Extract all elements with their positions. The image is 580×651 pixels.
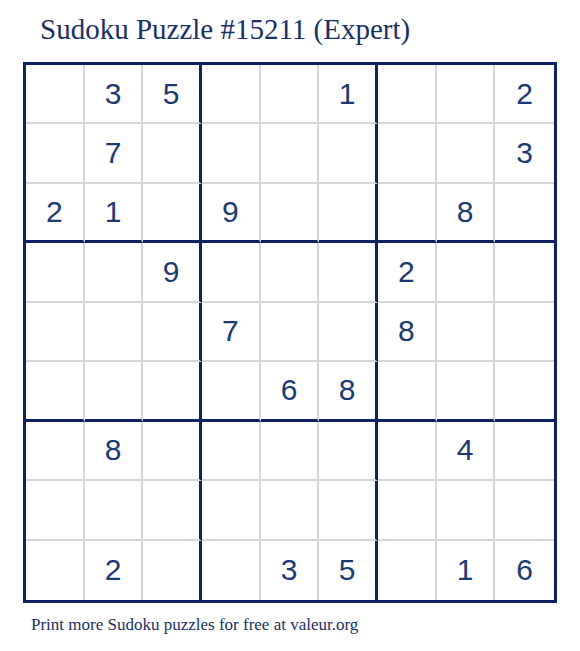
cell-r8c2[interactable] bbox=[85, 481, 144, 540]
cell-r9c6: 5 bbox=[319, 541, 378, 600]
cell-r2c7[interactable] bbox=[378, 124, 437, 183]
cell-r3c5[interactable] bbox=[261, 184, 320, 243]
cell-r3c1: 2 bbox=[26, 184, 85, 243]
cell-r6c1[interactable] bbox=[26, 362, 85, 421]
cell-r2c3[interactable] bbox=[143, 124, 202, 183]
cell-r7c5[interactable] bbox=[261, 422, 320, 481]
footer-text: Print more Sudoku puzzles for free at va… bbox=[31, 615, 358, 635]
cell-r5c7: 8 bbox=[378, 303, 437, 362]
cell-r9c7[interactable] bbox=[378, 541, 437, 600]
cell-r3c9[interactable] bbox=[495, 184, 554, 243]
cell-r4c5[interactable] bbox=[261, 243, 320, 302]
cell-r1c9: 2 bbox=[495, 65, 554, 124]
cell-r8c5[interactable] bbox=[261, 481, 320, 540]
cell-r7c7[interactable] bbox=[378, 422, 437, 481]
cell-r4c6[interactable] bbox=[319, 243, 378, 302]
cell-r8c4[interactable] bbox=[202, 481, 261, 540]
cell-r4c2[interactable] bbox=[85, 243, 144, 302]
cell-r7c4[interactable] bbox=[202, 422, 261, 481]
cell-r3c7[interactable] bbox=[378, 184, 437, 243]
cell-r6c6: 8 bbox=[319, 362, 378, 421]
sudoku-board: 35127321989278688423516 bbox=[23, 62, 557, 603]
cell-r6c2[interactable] bbox=[85, 362, 144, 421]
cell-r5c5[interactable] bbox=[261, 303, 320, 362]
sudoku-page: Sudoku Puzzle #15211 (Expert) 3512732198… bbox=[0, 0, 580, 651]
cell-r5c8[interactable] bbox=[437, 303, 496, 362]
cell-r7c9[interactable] bbox=[495, 422, 554, 481]
cell-r8c7[interactable] bbox=[378, 481, 437, 540]
cell-r1c7[interactable] bbox=[378, 65, 437, 124]
cell-r2c2: 7 bbox=[85, 124, 144, 183]
cell-r6c3[interactable] bbox=[143, 362, 202, 421]
cell-r1c8[interactable] bbox=[437, 65, 496, 124]
cell-r4c1[interactable] bbox=[26, 243, 85, 302]
cell-r7c2: 8 bbox=[85, 422, 144, 481]
cell-r7c1[interactable] bbox=[26, 422, 85, 481]
puzzle-title: Sudoku Puzzle #15211 (Expert) bbox=[40, 13, 410, 46]
cell-r9c5: 3 bbox=[261, 541, 320, 600]
cell-r8c6[interactable] bbox=[319, 481, 378, 540]
cell-r3c2: 1 bbox=[85, 184, 144, 243]
cell-r3c8: 8 bbox=[437, 184, 496, 243]
cell-r6c8[interactable] bbox=[437, 362, 496, 421]
cell-r3c4: 9 bbox=[202, 184, 261, 243]
cell-r4c7: 2 bbox=[378, 243, 437, 302]
cell-r3c3[interactable] bbox=[143, 184, 202, 243]
cell-r1c6: 1 bbox=[319, 65, 378, 124]
cell-r1c2: 3 bbox=[85, 65, 144, 124]
cell-r9c1[interactable] bbox=[26, 541, 85, 600]
cell-r5c3[interactable] bbox=[143, 303, 202, 362]
cell-r3c6[interactable] bbox=[319, 184, 378, 243]
cell-r4c8[interactable] bbox=[437, 243, 496, 302]
cell-r2c5[interactable] bbox=[261, 124, 320, 183]
cell-r4c4[interactable] bbox=[202, 243, 261, 302]
cell-r5c2[interactable] bbox=[85, 303, 144, 362]
cell-r2c6[interactable] bbox=[319, 124, 378, 183]
cell-r2c1[interactable] bbox=[26, 124, 85, 183]
cell-r4c3: 9 bbox=[143, 243, 202, 302]
cell-r6c5: 6 bbox=[261, 362, 320, 421]
cell-r9c9: 6 bbox=[495, 541, 554, 600]
cell-r7c3[interactable] bbox=[143, 422, 202, 481]
cell-r8c9[interactable] bbox=[495, 481, 554, 540]
cell-r8c1[interactable] bbox=[26, 481, 85, 540]
cell-r5c6[interactable] bbox=[319, 303, 378, 362]
cell-r1c3: 5 bbox=[143, 65, 202, 124]
cell-r5c4: 7 bbox=[202, 303, 261, 362]
cell-r9c2: 2 bbox=[85, 541, 144, 600]
cell-r6c4[interactable] bbox=[202, 362, 261, 421]
cell-r8c3[interactable] bbox=[143, 481, 202, 540]
cell-r2c4[interactable] bbox=[202, 124, 261, 183]
cell-r9c8: 1 bbox=[437, 541, 496, 600]
cell-r8c8[interactable] bbox=[437, 481, 496, 540]
cell-r9c3[interactable] bbox=[143, 541, 202, 600]
cell-r9c4[interactable] bbox=[202, 541, 261, 600]
cell-r7c8: 4 bbox=[437, 422, 496, 481]
cell-r1c5[interactable] bbox=[261, 65, 320, 124]
cell-r5c1[interactable] bbox=[26, 303, 85, 362]
cell-r2c8[interactable] bbox=[437, 124, 496, 183]
cell-r5c9[interactable] bbox=[495, 303, 554, 362]
cell-r1c4[interactable] bbox=[202, 65, 261, 124]
cell-r4c9[interactable] bbox=[495, 243, 554, 302]
cell-r2c9: 3 bbox=[495, 124, 554, 183]
cell-r1c1[interactable] bbox=[26, 65, 85, 124]
cell-r6c7[interactable] bbox=[378, 362, 437, 421]
cell-r7c6[interactable] bbox=[319, 422, 378, 481]
cell-r6c9[interactable] bbox=[495, 362, 554, 421]
